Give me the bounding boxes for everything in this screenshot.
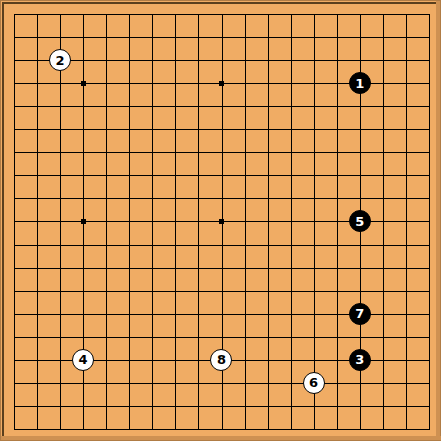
stone-black-5-Q10: 5 xyxy=(349,210,371,232)
stone-black-7-Q6: 7 xyxy=(349,303,371,325)
stone-white-2-C17: 2 xyxy=(49,49,71,71)
board-edge-shadow-bottom xyxy=(1,436,441,441)
star-point xyxy=(81,81,86,86)
star-point xyxy=(219,81,224,86)
stone-black-3-Q4: 3 xyxy=(349,349,371,371)
star-point xyxy=(219,219,224,224)
goban[interactable]: 12345678 xyxy=(0,0,441,441)
stone-white-4-D4: 4 xyxy=(72,349,94,371)
star-point xyxy=(81,219,86,224)
stone-white-6-O3: 6 xyxy=(303,372,325,394)
board-edge-shadow-right xyxy=(436,1,441,441)
go-board-diagram: 12345678 xyxy=(0,0,441,441)
stone-black-1-Q16: 1 xyxy=(349,72,371,94)
stone-white-8-K4: 8 xyxy=(210,349,232,371)
goban-grid-cells: 12345678 xyxy=(2,2,440,440)
